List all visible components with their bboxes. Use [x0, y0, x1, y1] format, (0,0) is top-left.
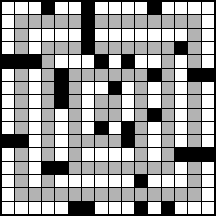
cell-r13c6[interactable]	[69, 162, 81, 174]
cell-r10c9[interactable]	[109, 122, 121, 134]
cell-r6c2[interactable]	[15, 69, 27, 81]
cell-r7c8[interactable]	[95, 82, 107, 94]
cell-r8c16[interactable]	[202, 95, 214, 107]
cell-r3c10[interactable]	[122, 29, 134, 41]
cell-r13c9[interactable]	[109, 162, 121, 174]
cell-r5c4[interactable]	[42, 55, 54, 67]
cell-r16c15[interactable]	[188, 202, 200, 214]
cell-r15c15[interactable]	[188, 188, 200, 200]
cell-r5c12[interactable]	[148, 55, 160, 67]
cell-r4c8[interactable]	[95, 42, 107, 54]
cell-r10c6[interactable]	[69, 122, 81, 134]
cell-r1c14[interactable]	[175, 2, 187, 14]
cell-r2c6[interactable]	[69, 15, 81, 27]
cell-r7c9[interactable]	[109, 82, 121, 94]
cell-r6c9[interactable]	[109, 69, 121, 81]
cell-r2c3[interactable]	[29, 15, 41, 27]
cell-r8c8[interactable]	[95, 95, 107, 107]
cell-r4c12[interactable]	[148, 42, 160, 54]
cell-r1c1[interactable]	[2, 2, 14, 14]
cell-r13c14[interactable]	[175, 162, 187, 174]
cell-r1c4[interactable]	[42, 2, 54, 14]
cell-r16c13[interactable]	[162, 202, 174, 214]
cell-r9c5[interactable]	[55, 109, 67, 121]
cell-r9c6[interactable]	[69, 109, 81, 121]
cell-r9c3[interactable]	[29, 109, 41, 121]
cell-r8c13[interactable]	[162, 95, 174, 107]
cell-r12c9[interactable]	[109, 148, 121, 160]
cell-r4c4[interactable]	[42, 42, 54, 54]
cell-r6c13[interactable]	[162, 69, 174, 81]
cell-r2c4[interactable]	[42, 15, 54, 27]
cell-r16c2[interactable]	[15, 202, 27, 214]
cell-r13c15[interactable]	[188, 162, 200, 174]
cell-r12c8[interactable]	[95, 148, 107, 160]
cell-r8c2[interactable]	[15, 95, 27, 107]
cell-r1c13[interactable]	[162, 2, 174, 14]
cell-r6c8[interactable]	[95, 69, 107, 81]
cell-r5c13[interactable]	[162, 55, 174, 67]
cell-r14c12[interactable]	[148, 175, 160, 187]
cell-r12c3[interactable]	[29, 148, 41, 160]
cell-r7c7[interactable]	[82, 82, 94, 94]
cell-r7c14[interactable]	[175, 82, 187, 94]
cell-r8c9[interactable]	[109, 95, 121, 107]
cell-r15c9[interactable]	[109, 188, 121, 200]
cell-r3c12[interactable]	[148, 29, 160, 41]
cell-r10c13[interactable]	[162, 122, 174, 134]
cell-r14c13[interactable]	[162, 175, 174, 187]
cell-r13c8[interactable]	[95, 162, 107, 174]
cell-r7c2[interactable]	[15, 82, 27, 94]
cell-r12c16[interactable]	[202, 148, 214, 160]
cell-r9c10[interactable]	[122, 109, 134, 121]
cell-r8c5[interactable]	[55, 95, 67, 107]
cell-r11c6[interactable]	[69, 135, 81, 147]
cell-r2c15[interactable]	[188, 15, 200, 27]
cell-r15c4[interactable]	[42, 188, 54, 200]
cell-r12c14[interactable]	[175, 148, 187, 160]
cell-r8c10[interactable]	[122, 95, 134, 107]
cell-r7c11[interactable]	[135, 82, 147, 94]
cell-r3c3[interactable]	[29, 29, 41, 41]
cell-r2c2[interactable]	[15, 15, 27, 27]
cell-r7c16[interactable]	[202, 82, 214, 94]
cell-r3c4[interactable]	[42, 29, 54, 41]
cell-r6c1[interactable]	[2, 69, 14, 81]
cell-r6c4[interactable]	[42, 69, 54, 81]
cell-r9c15[interactable]	[188, 109, 200, 121]
cell-r6c3[interactable]	[29, 69, 41, 81]
cell-r5c2[interactable]	[15, 55, 27, 67]
cell-r5c1[interactable]	[2, 55, 14, 67]
cell-r6c14[interactable]	[175, 69, 187, 81]
cell-r1c11[interactable]	[135, 2, 147, 14]
cell-r3c9[interactable]	[109, 29, 121, 41]
cell-r3c1[interactable]	[2, 29, 14, 41]
cell-r2c8[interactable]	[95, 15, 107, 27]
cell-r2c12[interactable]	[148, 15, 160, 27]
cell-r15c3[interactable]	[29, 188, 41, 200]
cell-r6c11[interactable]	[135, 69, 147, 81]
cell-r9c11[interactable]	[135, 109, 147, 121]
cell-r5c15[interactable]	[188, 55, 200, 67]
cell-r15c10[interactable]	[122, 188, 134, 200]
cell-r12c13[interactable]	[162, 148, 174, 160]
cell-r8c11[interactable]	[135, 95, 147, 107]
cell-r13c10[interactable]	[122, 162, 134, 174]
cell-r12c5[interactable]	[55, 148, 67, 160]
cell-r1c7[interactable]	[82, 2, 94, 14]
puzzle-board	[0, 0, 216, 216]
cell-r14c4[interactable]	[42, 175, 54, 187]
cell-r11c3[interactable]	[29, 135, 41, 147]
cell-r2c1[interactable]	[2, 15, 14, 27]
cell-r7c3[interactable]	[29, 82, 41, 94]
cell-r15c12[interactable]	[148, 188, 160, 200]
cell-r3c13[interactable]	[162, 29, 174, 41]
cell-r4c6[interactable]	[69, 42, 81, 54]
cell-r10c8[interactable]	[95, 122, 107, 134]
cell-r13c16[interactable]	[202, 162, 214, 174]
cell-r7c1[interactable]	[2, 82, 14, 94]
cell-r6c12[interactable]	[148, 69, 160, 81]
cell-r4c1[interactable]	[2, 42, 14, 54]
cell-r5c14[interactable]	[175, 55, 187, 67]
cell-r4c2[interactable]	[15, 42, 27, 54]
cell-r8c3[interactable]	[29, 95, 41, 107]
cell-r1c2[interactable]	[15, 2, 27, 14]
cell-r8c15[interactable]	[188, 95, 200, 107]
cell-r6c7[interactable]	[82, 69, 94, 81]
cell-r2c16[interactable]	[202, 15, 214, 27]
cell-r14c2[interactable]	[15, 175, 27, 187]
cell-r5c5[interactable]	[55, 55, 67, 67]
cell-r10c4[interactable]	[42, 122, 54, 134]
cell-r13c7[interactable]	[82, 162, 94, 174]
cell-r10c15[interactable]	[188, 122, 200, 134]
cell-r4c14[interactable]	[175, 42, 187, 54]
cell-r6c6[interactable]	[69, 69, 81, 81]
cell-r11c9[interactable]	[109, 135, 121, 147]
cell-r2c11[interactable]	[135, 15, 147, 27]
cell-r3c15[interactable]	[188, 29, 200, 41]
cell-r9c8[interactable]	[95, 109, 107, 121]
cell-r15c13[interactable]	[162, 188, 174, 200]
cell-r12c11[interactable]	[135, 148, 147, 160]
cell-r8c1[interactable]	[2, 95, 14, 107]
cell-r11c7[interactable]	[82, 135, 94, 147]
cell-r1c5[interactable]	[55, 2, 67, 14]
cell-r4c15[interactable]	[188, 42, 200, 54]
cell-r2c13[interactable]	[162, 15, 174, 27]
cell-r16c11[interactable]	[135, 202, 147, 214]
cell-r16c14[interactable]	[175, 202, 187, 214]
cell-r16c1[interactable]	[2, 202, 14, 214]
cell-r1c16[interactable]	[202, 2, 214, 14]
cell-r11c4[interactable]	[42, 135, 54, 147]
cell-r11c8[interactable]	[95, 135, 107, 147]
cell-r4c11[interactable]	[135, 42, 147, 54]
cell-r13c13[interactable]	[162, 162, 174, 174]
cell-r3c2[interactable]	[15, 29, 27, 41]
cell-r14c7[interactable]	[82, 175, 94, 187]
cell-r10c3[interactable]	[29, 122, 41, 134]
cell-r6c5[interactable]	[55, 69, 67, 81]
cell-r2c9[interactable]	[109, 15, 121, 27]
cell-r7c6[interactable]	[69, 82, 81, 94]
cell-r16c4[interactable]	[42, 202, 54, 214]
cell-r12c4[interactable]	[42, 148, 54, 160]
cell-r10c11[interactable]	[135, 122, 147, 134]
cell-r11c2[interactable]	[15, 135, 27, 147]
cell-r13c5[interactable]	[55, 162, 67, 174]
cell-r13c2[interactable]	[15, 162, 27, 174]
cell-r3c7[interactable]	[82, 29, 94, 41]
cell-r15c8[interactable]	[95, 188, 107, 200]
cell-r14c10[interactable]	[122, 175, 134, 187]
cell-r3c14[interactable]	[175, 29, 187, 41]
cell-r16c3[interactable]	[29, 202, 41, 214]
cell-r9c7[interactable]	[82, 109, 94, 121]
cell-r3c6[interactable]	[69, 29, 81, 41]
cell-r5c10[interactable]	[122, 55, 134, 67]
cell-r10c10[interactable]	[122, 122, 134, 134]
cell-r2c5[interactable]	[55, 15, 67, 27]
cell-r7c5[interactable]	[55, 82, 67, 94]
cell-r14c15[interactable]	[188, 175, 200, 187]
cell-r4c7[interactable]	[82, 42, 94, 54]
cell-r10c1[interactable]	[2, 122, 14, 134]
cell-r12c2[interactable]	[15, 148, 27, 160]
cell-r10c12[interactable]	[148, 122, 160, 134]
cell-r9c9[interactable]	[109, 109, 121, 121]
cell-r9c2[interactable]	[15, 109, 27, 121]
cell-r13c3[interactable]	[29, 162, 41, 174]
cell-r14c8[interactable]	[95, 175, 107, 187]
cell-r4c13[interactable]	[162, 42, 174, 54]
cell-r1c10[interactable]	[122, 2, 134, 14]
cell-r2c14[interactable]	[175, 15, 187, 27]
cell-r10c7[interactable]	[82, 122, 94, 134]
cell-r1c9[interactable]	[109, 2, 121, 14]
cell-r11c5[interactable]	[55, 135, 67, 147]
cell-r7c13[interactable]	[162, 82, 174, 94]
cell-r4c9[interactable]	[109, 42, 121, 54]
cell-r5c7[interactable]	[82, 55, 94, 67]
cell-r16c8[interactable]	[95, 202, 107, 214]
cell-r8c7[interactable]	[82, 95, 94, 107]
cell-r14c6[interactable]	[69, 175, 81, 187]
cell-r12c15[interactable]	[188, 148, 200, 160]
cell-r5c3[interactable]	[29, 55, 41, 67]
cell-r11c14[interactable]	[175, 135, 187, 147]
cell-r1c8[interactable]	[95, 2, 107, 14]
cell-r11c13[interactable]	[162, 135, 174, 147]
cell-r9c12[interactable]	[148, 109, 160, 121]
cell-r11c10[interactable]	[122, 135, 134, 147]
cell-r10c5[interactable]	[55, 122, 67, 134]
cell-r12c7[interactable]	[82, 148, 94, 160]
cell-r15c2[interactable]	[15, 188, 27, 200]
cell-r9c16[interactable]	[202, 109, 214, 121]
cell-r6c16[interactable]	[202, 69, 214, 81]
cell-r11c11[interactable]	[135, 135, 147, 147]
cell-r11c16[interactable]	[202, 135, 214, 147]
cell-r9c13[interactable]	[162, 109, 174, 121]
cell-r2c7[interactable]	[82, 15, 94, 27]
cell-r9c1[interactable]	[2, 109, 14, 121]
cell-r3c11[interactable]	[135, 29, 147, 41]
cell-r7c15[interactable]	[188, 82, 200, 94]
cell-r11c1[interactable]	[2, 135, 14, 147]
cell-r12c10[interactable]	[122, 148, 134, 160]
cell-r12c12[interactable]	[148, 148, 160, 160]
cell-r12c6[interactable]	[69, 148, 81, 160]
cell-r11c12[interactable]	[148, 135, 160, 147]
cell-r4c3[interactable]	[29, 42, 41, 54]
cell-r5c8[interactable]	[95, 55, 107, 67]
cell-r14c1[interactable]	[2, 175, 14, 187]
cell-r13c12[interactable]	[148, 162, 160, 174]
cell-r15c11[interactable]	[135, 188, 147, 200]
cell-r16c12[interactable]	[148, 202, 160, 214]
cell-r14c3[interactable]	[29, 175, 41, 187]
cell-r15c1[interactable]	[2, 188, 14, 200]
cell-r2c10[interactable]	[122, 15, 134, 27]
cell-r10c16[interactable]	[202, 122, 214, 134]
cell-r4c10[interactable]	[122, 42, 134, 54]
cell-r3c16[interactable]	[202, 29, 214, 41]
cell-r8c12[interactable]	[148, 95, 160, 107]
cell-r16c9[interactable]	[109, 202, 121, 214]
cell-r15c5[interactable]	[55, 188, 67, 200]
cell-r6c15[interactable]	[188, 69, 200, 81]
cell-r15c16[interactable]	[202, 188, 214, 200]
cell-r15c14[interactable]	[175, 188, 187, 200]
cell-r16c10[interactable]	[122, 202, 134, 214]
cell-r1c15[interactable]	[188, 2, 200, 14]
cell-r7c4[interactable]	[42, 82, 54, 94]
cell-r13c4[interactable]	[42, 162, 54, 174]
cell-r6c10[interactable]	[122, 69, 134, 81]
cell-r1c6[interactable]	[69, 2, 81, 14]
cell-r12c1[interactable]	[2, 148, 14, 160]
cell-r3c8[interactable]	[95, 29, 107, 41]
cell-r10c14[interactable]	[175, 122, 187, 134]
cell-r1c12[interactable]	[148, 2, 160, 14]
cell-r13c1[interactable]	[2, 162, 14, 174]
cell-r8c14[interactable]	[175, 95, 187, 107]
cell-r5c11[interactable]	[135, 55, 147, 67]
cell-r9c14[interactable]	[175, 109, 187, 121]
cell-r15c6[interactable]	[69, 188, 81, 200]
cell-r8c4[interactable]	[42, 95, 54, 107]
cell-r13c11[interactable]	[135, 162, 147, 174]
cell-r15c7[interactable]	[82, 188, 94, 200]
cell-r7c10[interactable]	[122, 82, 134, 94]
cell-r1c3[interactable]	[29, 2, 41, 14]
cell-r5c16[interactable]	[202, 55, 214, 67]
cell-r11c15[interactable]	[188, 135, 200, 147]
cell-r14c11[interactable]	[135, 175, 147, 187]
cell-r14c14[interactable]	[175, 175, 187, 187]
cell-r8c6[interactable]	[69, 95, 81, 107]
cell-r14c16[interactable]	[202, 175, 214, 187]
cell-r10c2[interactable]	[15, 122, 27, 134]
cell-r16c5[interactable]	[55, 202, 67, 214]
cell-r5c6[interactable]	[69, 55, 81, 67]
cell-r3c5[interactable]	[55, 29, 67, 41]
cell-r7c12[interactable]	[148, 82, 160, 94]
cell-r5c9[interactable]	[109, 55, 121, 67]
cell-r16c7[interactable]	[82, 202, 94, 214]
cell-r4c5[interactable]	[55, 42, 67, 54]
cell-r14c5[interactable]	[55, 175, 67, 187]
cell-r14c9[interactable]	[109, 175, 121, 187]
cell-r9c4[interactable]	[42, 109, 54, 121]
cell-r16c6[interactable]	[69, 202, 81, 214]
cell-r16c16[interactable]	[202, 202, 214, 214]
cell-r4c16[interactable]	[202, 42, 214, 54]
